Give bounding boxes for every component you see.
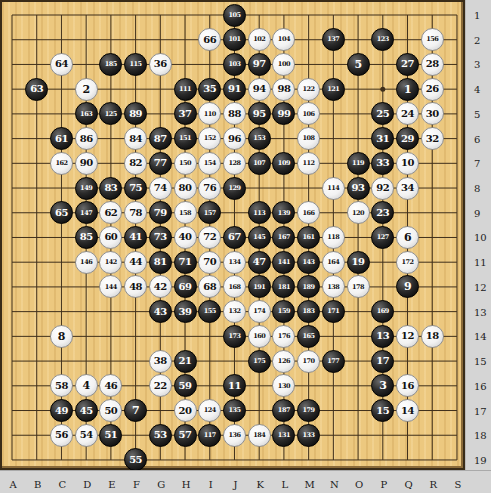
move-number: 104	[278, 36, 290, 43]
move-number: 156	[426, 36, 438, 43]
move-number: 189	[303, 284, 315, 291]
move-number: 129	[228, 185, 240, 192]
stone-black-77: 77	[149, 152, 172, 175]
stone-white-86: 86	[75, 127, 98, 150]
move-number: 86	[80, 134, 93, 144]
stone-white-40: 40	[174, 226, 197, 249]
move-number: 44	[129, 257, 142, 267]
move-number: 23	[376, 208, 389, 218]
move-number: 17	[376, 356, 389, 366]
move-number: 81	[154, 257, 167, 267]
move-number: 164	[327, 259, 339, 266]
stone-black-45: 45	[75, 399, 98, 422]
move-number: 171	[327, 308, 339, 315]
move-number: 14	[401, 406, 414, 416]
move-number: 10	[401, 158, 414, 168]
move-number: 24	[401, 109, 414, 119]
stone-white-172: 172	[396, 251, 419, 274]
move-number: 102	[253, 36, 265, 43]
row-label-12: 12	[474, 281, 487, 292]
stone-white-178: 178	[347, 275, 370, 298]
stone-white-10: 10	[396, 152, 419, 175]
move-number: 144	[105, 284, 117, 291]
stone-white-134: 134	[223, 251, 246, 274]
stone-black-137: 137	[322, 28, 345, 51]
move-number: 38	[154, 356, 167, 366]
move-number: 43	[154, 307, 167, 317]
move-number: 114	[327, 185, 339, 192]
column-label-S: S	[455, 479, 462, 490]
move-number: 181	[278, 284, 290, 291]
move-number: 82	[129, 158, 142, 168]
move-number: 185	[105, 61, 117, 68]
stone-white-126: 126	[272, 350, 295, 373]
stone-white-90: 90	[75, 152, 98, 175]
move-number: 113	[253, 210, 265, 217]
column-label-Q: Q	[404, 479, 412, 490]
column-label-R: R	[429, 479, 437, 490]
move-number: 127	[377, 234, 389, 241]
move-number: 90	[80, 158, 93, 168]
move-number: 191	[253, 284, 265, 291]
stone-white-96: 96	[223, 127, 246, 150]
stone-black-119: 119	[347, 152, 370, 175]
move-number: 146	[80, 259, 92, 266]
move-number: 41	[129, 232, 142, 242]
stone-white-122: 122	[297, 78, 320, 101]
column-label-K: K	[256, 479, 263, 490]
move-number: 168	[228, 284, 240, 291]
move-number: 172	[401, 259, 413, 266]
stone-black-113: 113	[248, 201, 271, 224]
stone-white-98: 98	[272, 78, 295, 101]
stone-white-44: 44	[124, 251, 147, 274]
stone-white-80: 80	[174, 177, 197, 200]
stone-white-94: 94	[248, 78, 271, 101]
stone-black-105: 105	[223, 4, 246, 27]
stone-black-27: 27	[396, 53, 419, 76]
move-number: 173	[228, 333, 240, 340]
move-number: 115	[130, 61, 142, 68]
row-label-15: 15	[474, 356, 487, 367]
move-number: 50	[104, 406, 117, 416]
move-number: 176	[278, 333, 290, 340]
move-number: 157	[204, 210, 216, 217]
stone-white-34: 34	[396, 177, 419, 200]
stone-black-175: 175	[248, 350, 271, 373]
move-number: 49	[55, 406, 68, 416]
stone-black-147: 147	[75, 201, 98, 224]
move-number: 77	[154, 158, 167, 168]
stone-black-151: 151	[174, 127, 197, 150]
move-number: 103	[228, 61, 240, 68]
move-number: 74	[154, 183, 167, 193]
move-number: 145	[253, 234, 265, 241]
move-number: 123	[377, 36, 389, 43]
move-number: 169	[377, 308, 389, 315]
move-number: 125	[105, 111, 117, 118]
move-number: 97	[253, 59, 266, 69]
move-number: 53	[154, 430, 167, 440]
stone-black-57: 57	[174, 424, 197, 447]
move-number: 89	[129, 109, 142, 119]
move-number: 105	[228, 12, 240, 19]
stone-white-150: 150	[174, 152, 197, 175]
stone-white-4: 4	[75, 374, 98, 397]
move-number: 175	[253, 358, 265, 365]
stone-white-70: 70	[198, 251, 221, 274]
stone-black-107: 107	[248, 152, 271, 175]
move-number: 108	[303, 135, 315, 142]
stone-black-161: 161	[297, 226, 320, 249]
move-number: 58	[55, 381, 68, 391]
move-number: 106	[303, 111, 315, 118]
stone-black-35: 35	[198, 78, 221, 101]
move-number: 84	[129, 134, 142, 144]
stone-black-79: 79	[149, 201, 172, 224]
move-number: 165	[303, 333, 315, 340]
move-number: 4	[83, 380, 90, 391]
stone-white-22: 22	[149, 374, 172, 397]
move-number: 18	[426, 331, 439, 341]
move-number: 143	[303, 259, 315, 266]
move-number: 107	[253, 160, 265, 167]
stone-black-13: 13	[371, 325, 394, 348]
row-label-6: 6	[474, 133, 480, 144]
row-label-1: 1	[474, 10, 480, 21]
move-number: 39	[179, 307, 192, 317]
stone-white-6: 6	[396, 226, 419, 249]
move-number: 36	[154, 59, 167, 69]
move-number: 7	[132, 405, 139, 416]
column-label-L: L	[282, 479, 289, 490]
stone-black-61: 61	[50, 127, 73, 150]
move-number: 179	[303, 407, 315, 414]
stone-black-69: 69	[174, 275, 197, 298]
move-number: 48	[129, 282, 142, 292]
stone-black-83: 83	[99, 177, 122, 200]
stone-black-111: 111	[174, 78, 197, 101]
move-number: 109	[278, 160, 290, 167]
stone-black-33: 33	[371, 152, 394, 175]
move-number: 11	[228, 381, 241, 391]
row-label-16: 16	[474, 380, 487, 391]
go-board[interactable]: 1056610110210413712315664185115361039710…	[0, 0, 465, 470]
move-number: 152	[204, 135, 216, 142]
column-label-H: H	[182, 479, 191, 490]
stone-black-165: 165	[297, 325, 320, 348]
move-number: 130	[278, 383, 290, 390]
move-number: 131	[278, 432, 290, 439]
move-number: 35	[203, 84, 216, 94]
move-number: 110	[204, 111, 216, 118]
stone-white-128: 128	[223, 152, 246, 175]
stone-black-41: 41	[124, 226, 147, 249]
stone-white-174: 174	[248, 300, 271, 323]
move-number: 94	[253, 84, 266, 94]
move-number: 51	[104, 430, 117, 440]
stone-black-173: 173	[223, 325, 246, 348]
stone-white-32: 32	[421, 127, 444, 150]
stone-white-184: 184	[248, 424, 271, 447]
move-number: 92	[376, 183, 389, 193]
move-number: 161	[303, 234, 315, 241]
move-number: 8	[58, 331, 65, 342]
go-kifu-screenshot: 1056610110210413712315664185115361039710…	[0, 0, 491, 493]
move-number: 178	[352, 284, 364, 291]
stone-white-2: 2	[75, 78, 98, 101]
move-number: 150	[179, 160, 191, 167]
move-number: 128	[228, 160, 240, 167]
move-number: 73	[154, 232, 167, 242]
stone-white-164: 164	[322, 251, 345, 274]
stone-white-30: 30	[421, 102, 444, 125]
stone-black-67: 67	[223, 226, 246, 249]
stone-black-179: 179	[297, 399, 320, 422]
stone-black-49: 49	[50, 399, 73, 422]
stone-white-114: 114	[322, 177, 345, 200]
move-number: 147	[80, 210, 92, 217]
stone-white-156: 156	[421, 28, 444, 51]
move-number: 96	[228, 134, 241, 144]
move-number: 101	[228, 36, 240, 43]
stone-black-131: 131	[272, 424, 295, 447]
stone-black-85: 85	[75, 226, 98, 249]
move-number: 2	[83, 84, 90, 95]
column-label-C: C	[59, 479, 67, 490]
stone-white-160: 160	[248, 325, 271, 348]
move-number: 141	[278, 259, 290, 266]
move-number: 153	[253, 135, 265, 142]
move-number: 85	[80, 232, 93, 242]
stone-black-29: 29	[396, 127, 419, 150]
move-number: 100	[278, 61, 290, 68]
move-number: 78	[129, 208, 142, 218]
stone-black-63: 63	[25, 78, 48, 101]
move-number: 160	[253, 333, 265, 340]
move-number: 112	[303, 160, 315, 167]
move-number: 16	[401, 381, 414, 391]
move-number: 34	[401, 183, 414, 193]
move-number: 67	[228, 232, 241, 242]
move-number: 21	[179, 356, 192, 366]
move-number: 79	[154, 208, 167, 218]
move-number: 88	[228, 109, 241, 119]
stone-black-95: 95	[248, 102, 271, 125]
move-number: 27	[401, 59, 414, 69]
stone-white-82: 82	[124, 152, 147, 175]
move-number: 1	[404, 84, 411, 95]
move-number: 33	[376, 158, 389, 168]
move-number: 76	[203, 183, 216, 193]
column-label-N: N	[330, 479, 339, 490]
move-number: 162	[55, 160, 67, 167]
move-number: 167	[278, 234, 290, 241]
stone-black-71: 71	[174, 251, 197, 274]
move-number: 87	[154, 134, 167, 144]
move-number: 170	[303, 358, 315, 365]
stone-black-59: 59	[174, 374, 197, 397]
stone-black-1: 1	[396, 78, 419, 101]
stone-black-115: 115	[124, 53, 147, 76]
column-label-E: E	[108, 479, 115, 490]
stone-black-163: 163	[75, 102, 98, 125]
move-number: 5	[355, 59, 362, 70]
move-number: 119	[352, 160, 364, 167]
row-label-10: 10	[474, 232, 487, 243]
move-number: 70	[203, 257, 216, 267]
move-number: 22	[154, 381, 167, 391]
move-number: 95	[253, 109, 266, 119]
move-number: 55	[129, 455, 142, 465]
row-coordinate-gutter: 12345678910111213141516171819	[465, 0, 491, 470]
move-number: 121	[327, 86, 339, 93]
move-number: 83	[104, 183, 117, 193]
move-number: 137	[327, 36, 339, 43]
move-number: 62	[104, 208, 117, 218]
stone-white-112: 112	[297, 152, 320, 175]
stone-black-47: 47	[248, 251, 271, 274]
stone-white-146: 146	[75, 251, 98, 274]
move-number: 136	[228, 432, 240, 439]
column-label-B: B	[34, 479, 41, 490]
row-label-5: 5	[474, 108, 480, 119]
move-number: 60	[104, 232, 117, 242]
move-number: 28	[426, 59, 439, 69]
column-label-D: D	[83, 479, 91, 490]
move-number: 9	[404, 281, 411, 292]
move-number: 42	[154, 282, 167, 292]
stone-black-133: 133	[297, 424, 320, 447]
move-number: 59	[179, 381, 192, 391]
stone-black-143: 143	[297, 251, 320, 274]
move-number: 20	[179, 406, 192, 416]
move-number: 135	[228, 407, 240, 414]
stone-black-43: 43	[149, 300, 172, 323]
stone-white-8: 8	[50, 325, 73, 348]
move-number: 111	[179, 86, 191, 93]
move-number: 149	[80, 185, 92, 192]
move-number: 12	[401, 331, 414, 341]
stone-black-135: 135	[223, 399, 246, 422]
move-number: 117	[204, 432, 216, 439]
stone-black-103: 103	[223, 53, 246, 76]
move-number: 134	[228, 259, 240, 266]
move-number: 99	[277, 109, 290, 119]
column-label-P: P	[380, 479, 387, 490]
move-number: 13	[376, 331, 389, 341]
move-number: 163	[80, 111, 92, 118]
stone-white-74: 74	[149, 177, 172, 200]
row-label-14: 14	[474, 331, 487, 342]
stone-white-102: 102	[248, 28, 271, 51]
stone-black-21: 21	[174, 350, 197, 373]
move-number: 187	[278, 407, 290, 414]
row-label-7: 7	[474, 158, 480, 169]
move-number: 54	[80, 430, 93, 440]
move-number: 159	[278, 308, 290, 315]
move-number: 98	[277, 84, 290, 94]
stone-black-5: 5	[347, 53, 370, 76]
move-number: 29	[401, 134, 414, 144]
stone-white-54: 54	[75, 424, 98, 447]
stone-black-121: 121	[322, 78, 345, 101]
stone-black-19: 19	[347, 251, 370, 274]
row-label-3: 3	[474, 59, 480, 70]
move-number: 64	[55, 59, 68, 69]
move-number: 177	[327, 358, 339, 365]
move-number: 120	[352, 210, 364, 217]
column-label-F: F	[133, 479, 140, 490]
move-number: 45	[80, 406, 93, 416]
column-coordinate-gutter: ABCDEFGHIJKLMNOPQRS	[0, 470, 491, 493]
move-number: 68	[203, 282, 216, 292]
move-number: 126	[278, 358, 290, 365]
stone-black-145: 145	[248, 226, 271, 249]
stone-black-55: 55	[124, 448, 147, 471]
stone-white-20: 20	[174, 399, 197, 422]
stone-black-117: 117	[198, 424, 221, 447]
column-label-O: O	[355, 479, 363, 490]
move-number: 174	[253, 308, 265, 315]
row-label-8: 8	[474, 183, 480, 194]
move-number: 32	[426, 134, 439, 144]
stone-black-171: 171	[322, 300, 345, 323]
stone-black-129: 129	[223, 177, 246, 200]
move-number: 57	[179, 430, 192, 440]
stone-white-92: 92	[371, 177, 394, 200]
move-number: 61	[55, 134, 68, 144]
stone-white-118: 118	[322, 226, 345, 249]
row-label-13: 13	[474, 306, 487, 317]
stone-white-36: 36	[149, 53, 172, 76]
stone-white-154: 154	[198, 152, 221, 175]
row-label-4: 4	[474, 84, 480, 95]
move-number: 6	[404, 232, 411, 243]
stone-white-136: 136	[223, 424, 246, 447]
move-number: 154	[204, 160, 216, 167]
stone-black-81: 81	[149, 251, 172, 274]
stone-black-177: 177	[322, 350, 345, 373]
move-number: 132	[228, 308, 240, 315]
move-number: 40	[179, 232, 192, 242]
move-number: 80	[179, 183, 192, 193]
stone-black-53: 53	[149, 424, 172, 447]
move-number: 138	[327, 284, 339, 291]
move-number: 56	[55, 430, 68, 440]
move-number: 37	[179, 109, 192, 119]
move-number: 184	[253, 432, 265, 439]
stone-white-28: 28	[421, 53, 444, 76]
move-number: 46	[104, 381, 117, 391]
stone-white-26: 26	[421, 78, 444, 101]
row-label-17: 17	[474, 405, 487, 416]
stone-black-149: 149	[75, 177, 98, 200]
stone-black-37: 37	[174, 102, 197, 125]
move-number: 71	[179, 257, 192, 267]
column-label-M: M	[305, 479, 315, 490]
move-number: 93	[352, 183, 365, 193]
stone-white-56: 56	[50, 424, 73, 447]
column-label-A: A	[9, 479, 16, 490]
stone-black-97: 97	[248, 53, 271, 76]
move-number: 151	[179, 135, 191, 142]
stone-black-87: 87	[149, 127, 172, 150]
move-number: 75	[129, 183, 142, 193]
stone-white-64: 64	[50, 53, 73, 76]
move-number: 30	[426, 109, 439, 119]
stone-white-12: 12	[396, 325, 419, 348]
